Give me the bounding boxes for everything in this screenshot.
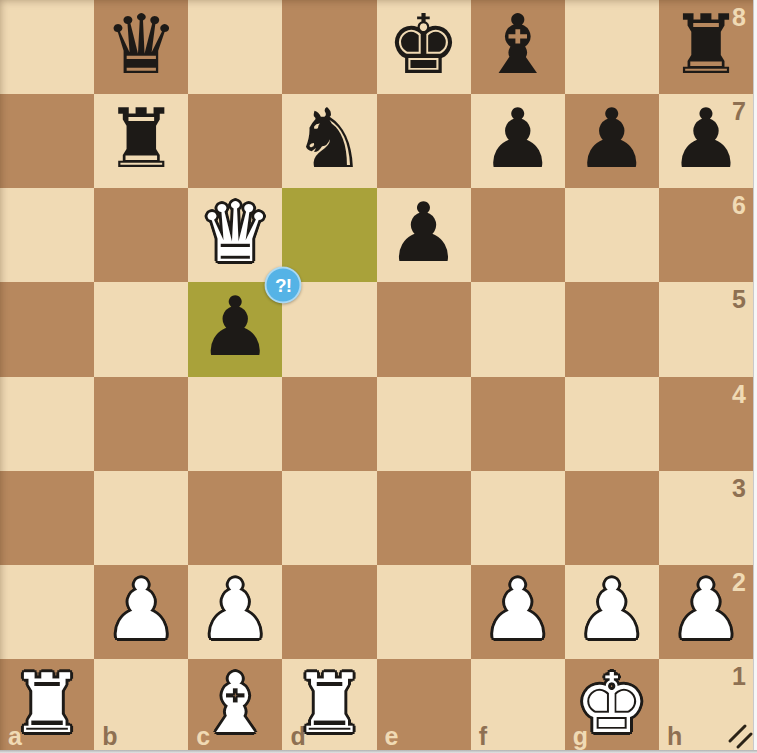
square-c3[interactable] [188,471,282,565]
piece-white-pawn[interactable]: ♟ [669,569,743,651]
square-a8[interactable] [0,0,94,94]
square-f1[interactable]: f [471,659,565,753]
piece-black-knight[interactable]: ♞ [293,98,367,180]
square-b2[interactable]: ♟ [94,565,188,659]
coordinate-file-label: h [667,724,682,749]
coordinate-rank-label: 5 [732,287,746,312]
piece-white-queen[interactable]: ♛ [199,192,273,274]
coordinate-rank-label: 6 [732,193,746,218]
square-e4[interactable] [377,377,471,471]
square-h6[interactable]: 6 [659,188,753,282]
square-g6[interactable] [565,188,659,282]
square-c4[interactable] [188,377,282,471]
square-g3[interactable] [565,471,659,565]
piece-black-pawn[interactable]: ♟ [669,98,743,180]
square-f8[interactable]: ♝ [471,0,565,94]
square-a2[interactable] [0,565,94,659]
square-e5[interactable] [377,282,471,376]
piece-white-pawn[interactable]: ♟ [199,569,273,651]
square-b4[interactable] [94,377,188,471]
square-f3[interactable] [471,471,565,565]
square-h4[interactable]: 4 [659,377,753,471]
piece-black-rook[interactable]: ♜ [104,98,178,180]
piece-black-king[interactable]: ♚ [387,4,461,86]
piece-white-rook[interactable]: ♜ [293,663,367,745]
coordinate-file-label: e [385,724,399,749]
square-d2[interactable] [282,565,376,659]
square-d8[interactable] [282,0,376,94]
square-g7[interactable]: ♟ [565,94,659,188]
square-g2[interactable]: ♟ [565,565,659,659]
square-c2[interactable]: ♟ [188,565,282,659]
square-c7[interactable] [188,94,282,188]
square-c6[interactable]: ♛ [188,188,282,282]
page-background-strip [753,0,757,753]
square-h7[interactable]: 7♟ [659,94,753,188]
coordinate-rank-label: 4 [732,382,746,407]
inaccuracy-badge: ?! [265,267,302,304]
piece-white-king[interactable]: ♚ [575,663,649,745]
square-h5[interactable]: 5 [659,282,753,376]
square-b3[interactable] [94,471,188,565]
square-h8[interactable]: 8♜ [659,0,753,94]
piece-white-pawn[interactable]: ♟ [104,569,178,651]
square-b1[interactable]: b [94,659,188,753]
square-a3[interactable] [0,471,94,565]
square-e1[interactable]: e [377,659,471,753]
square-d3[interactable] [282,471,376,565]
piece-black-pawn[interactable]: ♟ [387,192,461,274]
resize-diagonal-icon [726,722,754,750]
piece-white-rook[interactable]: ♜ [10,663,84,745]
piece-black-pawn[interactable]: ♟ [481,98,555,180]
square-a1[interactable]: a♜ [0,659,94,753]
square-b8[interactable]: ♛ [94,0,188,94]
square-e2[interactable] [377,565,471,659]
coordinate-file-label: b [102,724,117,749]
board-area: ♛♚♝8♜♜♞♟♟7♟♛♟6♟543♟♟♟♟2♟a♜bc♝d♜efg♚1h ?! [0,0,757,753]
square-e8[interactable]: ♚ [377,0,471,94]
square-h2[interactable]: 2♟ [659,565,753,659]
square-g4[interactable] [565,377,659,471]
coordinate-rank-label: 3 [732,476,746,501]
square-f2[interactable]: ♟ [471,565,565,659]
square-h3[interactable]: 3 [659,471,753,565]
square-d6[interactable] [282,188,376,282]
piece-black-pawn[interactable]: ♟ [199,286,273,368]
chess-board: ♛♚♝8♜♜♞♟♟7♟♛♟6♟543♟♟♟♟2♟a♜bc♝d♜efg♚1h [0,0,753,753]
piece-black-queen[interactable]: ♛ [104,4,178,86]
square-b7[interactable]: ♜ [94,94,188,188]
square-a5[interactable] [0,282,94,376]
piece-white-pawn[interactable]: ♟ [481,569,555,651]
board-resize-handle[interactable] [726,722,754,750]
square-d1[interactable]: d♜ [282,659,376,753]
square-c8[interactable] [188,0,282,94]
piece-black-bishop[interactable]: ♝ [481,4,555,86]
piece-white-pawn[interactable]: ♟ [575,569,649,651]
square-e7[interactable] [377,94,471,188]
square-f6[interactable] [471,188,565,282]
piece-black-rook[interactable]: ♜ [669,4,743,86]
square-c1[interactable]: c♝ [188,659,282,753]
coordinate-file-label: f [479,724,487,749]
square-a7[interactable] [0,94,94,188]
square-g5[interactable] [565,282,659,376]
square-g8[interactable] [565,0,659,94]
inaccuracy-badge-label: ?! [275,274,291,296]
square-f4[interactable] [471,377,565,471]
square-d4[interactable] [282,377,376,471]
piece-white-bishop[interactable]: ♝ [199,663,273,745]
square-d7[interactable]: ♞ [282,94,376,188]
square-b6[interactable] [94,188,188,282]
square-b5[interactable] [94,282,188,376]
square-f7[interactable]: ♟ [471,94,565,188]
square-a4[interactable] [0,377,94,471]
square-e3[interactable] [377,471,471,565]
square-f5[interactable] [471,282,565,376]
square-a6[interactable] [0,188,94,282]
square-g1[interactable]: g♚ [565,659,659,753]
square-e6[interactable]: ♟ [377,188,471,282]
coordinate-rank-label: 1 [732,664,746,689]
piece-black-pawn[interactable]: ♟ [575,98,649,180]
